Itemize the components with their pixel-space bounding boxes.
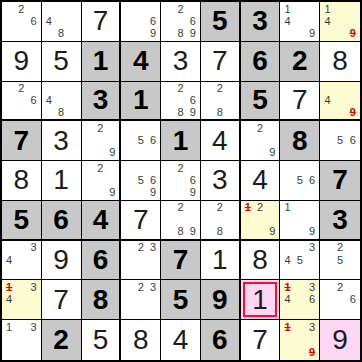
- pencil-mark: 3: [306, 242, 318, 254]
- given-digit: 5: [14, 206, 30, 234]
- pencil-marks: 289: [162, 202, 199, 238]
- cell-r4c6[interactable]: 4: [201, 121, 241, 161]
- given-digit: 6: [212, 326, 228, 354]
- cell-r9c1[interactable]: 13: [2, 320, 42, 360]
- pencil-mark: 2: [94, 162, 106, 174]
- pencil-mark: 2: [214, 83, 226, 95]
- pencil-mark: 2: [174, 162, 186, 174]
- pencil-mark: 4: [43, 15, 55, 27]
- pencil-mark: 9: [106, 187, 118, 199]
- cell-r9c3[interactable]: 5: [82, 320, 122, 360]
- pencil-marks: 149: [321, 3, 359, 40]
- cell-r8c7[interactable]: 1: [241, 280, 281, 320]
- cell-r6c7[interactable]: 129: [241, 201, 281, 241]
- cell-r3c2[interactable]: 48: [42, 82, 82, 122]
- cell-r9c6[interactable]: 6: [201, 320, 241, 360]
- cell-r5c7[interactable]: 4: [241, 161, 281, 201]
- cell-r6c6[interactable]: 28: [201, 201, 241, 241]
- pencil-mark: 2: [15, 3, 27, 15]
- eliminated-pencil-mark: 1: [281, 321, 293, 334]
- cell-r3c1[interactable]: 26: [2, 82, 42, 122]
- cell-r4c4[interactable]: 56: [121, 121, 161, 161]
- pencil-mark: 9: [306, 28, 318, 40]
- pencil-mark: 6: [346, 294, 359, 306]
- cell-r4c5[interactable]: 1: [161, 121, 201, 161]
- cell-r7c6[interactable]: 1: [201, 241, 241, 281]
- solved-digit: 4: [173, 326, 189, 354]
- pencil-mark: 1: [321, 3, 334, 15]
- cell-r3c7[interactable]: 5: [241, 82, 281, 122]
- cell-r1c7[interactable]: 3: [241, 2, 281, 42]
- pencil-mark: 2: [174, 83, 186, 95]
- cell-r4c7[interactable]: 29: [241, 121, 281, 161]
- solved-digit: 4: [252, 166, 268, 194]
- eliminated-pencil-mark: 9: [346, 106, 359, 118]
- pencil-marks: 269: [162, 162, 199, 199]
- pencil-mark: 9: [306, 226, 318, 238]
- pencil-marks: 29: [83, 162, 119, 199]
- cell-r5c5[interactable]: 269: [161, 161, 201, 201]
- cell-r7c9[interactable]: 25: [320, 241, 360, 281]
- pencil-marks: 149: [281, 3, 318, 40]
- pencil-marks: 26: [321, 281, 359, 318]
- cell-r4c1[interactable]: 7: [2, 121, 42, 161]
- pencil-mark: 2: [334, 281, 347, 293]
- pencil-marks: 28: [202, 83, 238, 119]
- pencil-mark: 9: [147, 28, 159, 40]
- cell-r9c5[interactable]: 4: [161, 320, 201, 360]
- cell-r8c6[interactable]: 9: [201, 280, 241, 320]
- cell-r2c2[interactable]: 5: [42, 42, 82, 82]
- eliminated-pencil-mark: 9: [346, 28, 359, 40]
- cell-r6c2[interactable]: 6: [42, 201, 82, 241]
- pencil-marks: 28: [202, 202, 238, 238]
- pencil-mark: 1: [281, 202, 293, 214]
- solved-digit: 1: [212, 246, 228, 274]
- cell-r7c1[interactable]: 34: [2, 241, 42, 281]
- pencil-mark: 9: [187, 187, 199, 199]
- pencil-mark: 9: [266, 147, 278, 159]
- pencil-mark: 6: [187, 15, 199, 27]
- cell-r5c3[interactable]: 29: [82, 161, 122, 201]
- pencil-mark: 9: [106, 147, 118, 159]
- pencil-marks: 139: [281, 321, 318, 359]
- cell-r3c9[interactable]: 49: [320, 82, 360, 122]
- given-digit: 9: [212, 286, 228, 314]
- pencil-mark: 6: [28, 15, 40, 27]
- given-digit: 6: [93, 246, 109, 274]
- given-digit: 3: [332, 206, 348, 234]
- given-digit: 5: [173, 286, 189, 314]
- pencil-mark: 1: [3, 321, 15, 334]
- pencil-mark: 8: [174, 106, 186, 118]
- solved-digit: 1: [53, 166, 69, 194]
- given-digit: 6: [53, 206, 69, 234]
- solved-digit: 7: [133, 206, 149, 234]
- cell-r4c3[interactable]: 29: [82, 121, 122, 161]
- cell-r5c1[interactable]: 8: [2, 161, 42, 201]
- given-digit: 8: [93, 286, 109, 314]
- cell-r5c2[interactable]: 1: [42, 161, 82, 201]
- cell-r7c4[interactable]: 23: [121, 241, 161, 281]
- solved-digit: 4: [212, 127, 228, 155]
- pencil-marks: 2689: [162, 3, 199, 40]
- cell-r2c7[interactable]: 6: [241, 42, 281, 82]
- pencil-marks: 56: [122, 122, 159, 159]
- pencil-mark: 6: [306, 174, 318, 186]
- pencil-mark: 3: [147, 281, 159, 293]
- given-digit: 6: [252, 47, 268, 75]
- eliminated-pencil-mark: 1: [242, 202, 254, 214]
- pencil-mark: 2: [135, 242, 147, 254]
- cell-r9c4[interactable]: 8: [121, 320, 161, 360]
- pencil-mark: 6: [187, 174, 199, 186]
- pencil-mark: 9: [187, 226, 199, 238]
- pencil-mark: 1: [281, 3, 293, 15]
- given-digit: 1: [173, 127, 189, 155]
- pencil-mark: 9: [187, 106, 199, 118]
- cell-r6c9[interactable]: 3: [320, 201, 360, 241]
- cell-r2c8[interactable]: 2: [280, 42, 320, 82]
- pencil-marks: 19: [281, 202, 318, 238]
- eliminated-pencil-mark: 1: [3, 281, 15, 293]
- given-digit: 4: [133, 47, 149, 75]
- pencil-mark: 4: [281, 254, 293, 266]
- solved-digit: 3: [173, 47, 189, 75]
- pencil-marks: 56: [281, 162, 318, 199]
- pencil-mark: 8: [214, 106, 226, 118]
- given-digit: 2: [53, 326, 69, 354]
- pencil-mark: 4: [3, 294, 15, 306]
- cell-r2c3[interactable]: 1: [82, 42, 122, 82]
- pencil-marks: 2689: [162, 83, 199, 119]
- pencil-mark: 5: [334, 254, 347, 266]
- pencil-mark: 2: [254, 122, 266, 134]
- pencil-mark: 3: [147, 242, 159, 254]
- pencil-mark: 5: [294, 174, 306, 186]
- cell-r3c8[interactable]: 7: [280, 82, 320, 122]
- cell-r7c8[interactable]: 345: [280, 241, 320, 281]
- cell-r6c3[interactable]: 4: [82, 201, 122, 241]
- given-digit: 8: [292, 127, 308, 155]
- cell-r1c9[interactable]: 149: [320, 2, 360, 42]
- pencil-mark: 2: [214, 202, 226, 214]
- solved-digit: 7: [292, 86, 308, 114]
- given-digit: 7: [173, 246, 189, 274]
- pencil-mark: 6: [147, 15, 159, 27]
- cell-r7c2[interactable]: 9: [42, 241, 82, 281]
- pencil-mark: 9: [187, 28, 199, 40]
- pencil-mark: 3: [28, 242, 40, 254]
- pencil-mark: 5: [135, 135, 147, 147]
- cell-r8c1[interactable]: 134: [2, 280, 42, 320]
- pencil-marks: 26: [3, 3, 40, 40]
- cell-r6c4[interactable]: 7: [121, 201, 161, 241]
- pencil-marks: 23: [122, 281, 159, 318]
- given-digit: 1: [93, 47, 109, 75]
- cell-r9c2[interactable]: 2: [42, 320, 82, 360]
- solved-digit: 3: [212, 166, 228, 194]
- pencil-mark: 2: [174, 202, 186, 214]
- eliminated-pencil-mark: 1: [281, 281, 293, 293]
- solved-digit: 7: [252, 326, 268, 354]
- cell-r8c4[interactable]: 23: [121, 280, 161, 320]
- pencil-mark: 2: [94, 122, 106, 134]
- pencil-mark: 4: [43, 94, 55, 106]
- pencil-marks: 49: [321, 83, 359, 119]
- cell-r2c5[interactable]: 3: [161, 42, 201, 82]
- solved-digit: 9: [14, 47, 30, 75]
- pencil-marks: 56: [321, 122, 359, 159]
- given-digit: 3: [93, 86, 109, 114]
- given-digit: 7: [14, 127, 30, 155]
- pencil-marks: 29: [83, 122, 119, 159]
- pencil-mark: 6: [187, 94, 199, 106]
- given-digit: 5: [212, 7, 228, 35]
- given-digit: 7: [332, 166, 348, 194]
- cell-r1c2[interactable]: 48: [42, 2, 82, 42]
- pencil-mark: 8: [174, 226, 186, 238]
- pencil-mark: 3: [28, 321, 40, 334]
- eliminated-pencil-mark: 9: [306, 346, 318, 359]
- given-digit: 5: [252, 86, 268, 114]
- pencil-mark: 5: [135, 174, 147, 186]
- pencil-mark: 4: [281, 15, 293, 27]
- cell-r4c2[interactable]: 3: [42, 121, 82, 161]
- cell-r7c5[interactable]: 7: [161, 241, 201, 281]
- solved-digit: 1: [252, 286, 268, 314]
- cell-r9c7[interactable]: 7: [241, 320, 281, 360]
- pencil-mark: 2: [15, 83, 27, 95]
- solved-digit: 3: [53, 127, 69, 155]
- pencil-mark: 8: [55, 28, 67, 40]
- pencil-mark: 6: [147, 135, 159, 147]
- solved-digit: 7: [93, 7, 109, 35]
- pencil-mark: 2: [334, 242, 347, 254]
- pencil-mark: 5: [294, 254, 306, 266]
- solved-digit: 9: [332, 326, 348, 354]
- pencil-mark: 4: [3, 254, 15, 266]
- pencil-marks: 34: [3, 242, 40, 279]
- solved-digit: 8: [332, 47, 348, 75]
- cell-r8c8[interactable]: 1346: [280, 280, 320, 320]
- solved-digit: 7: [53, 286, 69, 314]
- cell-r7c7[interactable]: 8: [241, 241, 281, 281]
- pencil-marks: 25: [321, 242, 359, 279]
- given-digit: 4: [93, 206, 109, 234]
- cell-r1c5[interactable]: 2689: [161, 2, 201, 42]
- pencil-mark: 2: [254, 202, 266, 214]
- pencil-marks: 23: [122, 242, 159, 279]
- pencil-marks: 1346: [281, 281, 318, 318]
- pencil-mark: 8: [214, 226, 226, 238]
- pencil-mark: 6: [147, 174, 159, 186]
- cell-r1c8[interactable]: 149: [280, 2, 320, 42]
- cell-r2c9[interactable]: 8: [320, 42, 360, 82]
- cell-r1c4[interactable]: 69: [121, 2, 161, 42]
- cell-r4c8[interactable]: 8: [280, 121, 320, 161]
- pencil-mark: 2: [174, 3, 186, 15]
- solved-digit: 5: [93, 326, 109, 354]
- pencil-mark: 3: [306, 281, 318, 293]
- pencil-marks: 134: [3, 281, 40, 318]
- pencil-mark: 3: [306, 321, 318, 334]
- pencil-mark: 8: [55, 106, 67, 118]
- pencil-mark: 3: [28, 281, 40, 293]
- cell-r6c8[interactable]: 19: [280, 201, 320, 241]
- pencil-marks: 48: [43, 83, 80, 119]
- pencil-mark: 5: [334, 135, 347, 147]
- pencil-mark: 6: [346, 135, 359, 147]
- pencil-mark: 4: [321, 94, 334, 106]
- pencil-marks: 345: [281, 242, 318, 279]
- cell-r4c9[interactable]: 56: [320, 121, 360, 161]
- pencil-marks: 129: [242, 202, 279, 238]
- pencil-mark: 9: [147, 187, 159, 199]
- cell-r2c6[interactable]: 7: [201, 42, 241, 82]
- pencil-marks: 13: [3, 321, 40, 359]
- pencil-marks: 569: [122, 162, 159, 199]
- pencil-mark: 4: [321, 15, 334, 27]
- cell-r8c9[interactable]: 26: [320, 280, 360, 320]
- cell-r8c3[interactable]: 8: [82, 280, 122, 320]
- cell-r6c5[interactable]: 289: [161, 201, 201, 241]
- pencil-marks: 29: [242, 122, 279, 159]
- cell-r7c3[interactable]: 6: [82, 241, 122, 281]
- pencil-marks: 69: [122, 3, 159, 40]
- solved-digit: 8: [14, 166, 30, 194]
- cell-r3c5[interactable]: 2689: [161, 82, 201, 122]
- cell-r8c2[interactable]: 7: [42, 280, 82, 320]
- cell-r9c9[interactable]: 9: [320, 320, 360, 360]
- pencil-marks: 48: [43, 3, 80, 40]
- pencil-mark: 9: [266, 226, 278, 238]
- cell-r8c5[interactable]: 5: [161, 280, 201, 320]
- solved-digit: 9: [53, 246, 69, 274]
- pencil-mark: 6: [306, 294, 318, 306]
- sudoku-board: 2648769268953149149951437628264831268928…: [0, 0, 362, 362]
- cell-r5c4[interactable]: 569: [121, 161, 161, 201]
- cell-r1c6[interactable]: 5: [201, 2, 241, 42]
- cell-r1c1[interactable]: 26: [2, 2, 42, 42]
- pencil-mark: 4: [281, 294, 293, 306]
- cell-r5c9[interactable]: 7: [320, 161, 360, 201]
- cell-r3c6[interactable]: 28: [201, 82, 241, 122]
- cell-r5c6[interactable]: 3: [201, 161, 241, 201]
- pencil-mark: 8: [174, 28, 186, 40]
- solved-digit: 8: [252, 246, 268, 274]
- cell-r2c4[interactable]: 4: [121, 42, 161, 82]
- cell-r6c1[interactable]: 5: [2, 201, 42, 241]
- pencil-marks: 26: [3, 83, 40, 119]
- pencil-mark: 6: [28, 94, 40, 106]
- cell-r5c8[interactable]: 56: [280, 161, 320, 201]
- pencil-mark: 2: [135, 281, 147, 293]
- cell-r3c3[interactable]: 3: [82, 82, 122, 122]
- given-digit: 3: [252, 7, 268, 35]
- solved-digit: 8: [133, 326, 149, 354]
- cell-r3c4[interactable]: 1: [121, 82, 161, 122]
- cell-r9c8[interactable]: 139: [280, 320, 320, 360]
- cell-r1c3[interactable]: 7: [82, 2, 122, 42]
- given-digit: 2: [292, 47, 308, 75]
- solved-digit: 7: [212, 47, 228, 75]
- cell-r2c1[interactable]: 9: [2, 42, 42, 82]
- solved-digit: 5: [53, 47, 69, 75]
- given-digit: 1: [133, 86, 149, 114]
